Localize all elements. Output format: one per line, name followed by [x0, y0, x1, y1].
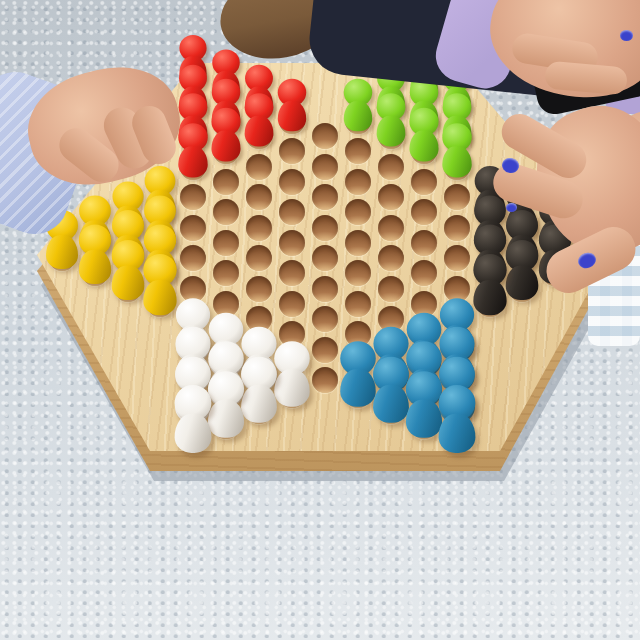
board-hole[interactable]	[345, 260, 371, 286]
board-hole[interactable]	[345, 352, 371, 378]
board-hole[interactable]	[213, 77, 239, 103]
board-hole[interactable]	[444, 306, 470, 332]
blue-fingernail-upper-right	[620, 30, 633, 41]
board-hole[interactable]	[444, 398, 470, 424]
board-hole[interactable]	[246, 367, 272, 393]
board-hole[interactable]	[378, 276, 404, 302]
board-hole[interactable]	[345, 230, 371, 256]
board-hole[interactable]	[444, 123, 470, 149]
board-hole[interactable]	[312, 306, 338, 332]
board-hole[interactable]	[411, 199, 437, 225]
board-hole[interactable]	[444, 93, 470, 119]
board-hole[interactable]	[147, 199, 173, 225]
board-hole[interactable]	[279, 169, 305, 195]
board-hole[interactable]	[180, 398, 206, 424]
board-hole[interactable]	[312, 123, 338, 149]
board-hole[interactable]	[279, 108, 305, 134]
board-hole[interactable]	[477, 291, 503, 317]
board-hole[interactable]	[246, 184, 272, 210]
board-hole[interactable]	[378, 215, 404, 241]
board-hole[interactable]	[509, 215, 535, 241]
board-hole[interactable]	[345, 321, 371, 347]
board-hole[interactable]	[411, 413, 437, 439]
board-hole[interactable]	[213, 382, 239, 408]
board-hole[interactable]	[444, 245, 470, 271]
board-hole[interactable]	[279, 321, 305, 347]
board-hole[interactable]	[411, 230, 437, 256]
board-hole[interactable]	[180, 428, 206, 454]
board-hole[interactable]	[180, 154, 206, 180]
board-hole[interactable]	[180, 367, 206, 393]
board-hole[interactable]	[279, 260, 305, 286]
board-hole[interactable]	[279, 291, 305, 317]
board-hole[interactable]	[213, 108, 239, 134]
board-hole[interactable]	[147, 291, 173, 317]
board-hole[interactable]	[180, 93, 206, 119]
board-hole[interactable]	[147, 230, 173, 256]
board-hole[interactable]	[246, 215, 272, 241]
board-hole[interactable]	[312, 276, 338, 302]
board-hole[interactable]	[246, 93, 272, 119]
board-hole[interactable]	[180, 276, 206, 302]
board-hole[interactable]	[345, 108, 371, 134]
board-hole[interactable]	[246, 276, 272, 302]
board-hole[interactable]	[213, 230, 239, 256]
board-hole[interactable]	[378, 398, 404, 424]
board-hole[interactable]	[49, 245, 75, 271]
board-hole[interactable]	[444, 184, 470, 210]
board-hole[interactable]	[509, 276, 535, 302]
board-hole[interactable]	[213, 413, 239, 439]
board-hole[interactable]	[411, 169, 437, 195]
board-hole[interactable]	[180, 337, 206, 363]
board-hole[interactable]	[180, 306, 206, 332]
board-hole[interactable]	[82, 260, 108, 286]
board-hole[interactable]	[115, 245, 141, 271]
board-hole[interactable]	[312, 367, 338, 393]
board-hole[interactable]	[213, 352, 239, 378]
board-hole[interactable]	[279, 138, 305, 164]
board-hole[interactable]	[411, 382, 437, 408]
board-hole[interactable]	[444, 337, 470, 363]
board-hole[interactable]	[411, 108, 437, 134]
board-hole[interactable]	[378, 154, 404, 180]
board-hole[interactable]	[213, 291, 239, 317]
board-hole[interactable]	[345, 169, 371, 195]
board-hole[interactable]	[411, 321, 437, 347]
board-hole[interactable]	[378, 184, 404, 210]
board-hole[interactable]	[213, 199, 239, 225]
board-hole[interactable]	[444, 215, 470, 241]
board-hole[interactable]	[213, 260, 239, 286]
blue-fingernail-right-middle	[506, 203, 517, 212]
board-hole[interactable]	[378, 367, 404, 393]
board-hole[interactable]	[477, 230, 503, 256]
board-hole[interactable]	[411, 352, 437, 378]
board-hole[interactable]	[246, 337, 272, 363]
board-hole[interactable]	[444, 428, 470, 454]
board-hole[interactable]	[411, 291, 437, 317]
board-hole[interactable]	[279, 230, 305, 256]
board-hole[interactable]	[378, 337, 404, 363]
board-hole[interactable]	[147, 260, 173, 286]
board-hole[interactable]	[378, 93, 404, 119]
board-hole[interactable]	[312, 154, 338, 180]
board-hole[interactable]	[246, 154, 272, 180]
board-hole[interactable]	[477, 260, 503, 286]
board-hole[interactable]	[246, 306, 272, 332]
board-hole[interactable]	[378, 123, 404, 149]
board-hole[interactable]	[345, 382, 371, 408]
board-hole[interactable]	[246, 398, 272, 424]
board-hole[interactable]	[246, 245, 272, 271]
scene	[0, 0, 640, 640]
board-hole[interactable]	[345, 199, 371, 225]
board-hole[interactable]	[213, 321, 239, 347]
board-hole[interactable]	[115, 215, 141, 241]
board-hole[interactable]	[246, 123, 272, 149]
board-hole[interactable]	[82, 230, 108, 256]
board-hole[interactable]	[213, 169, 239, 195]
board-hole[interactable]	[378, 245, 404, 271]
board-hole[interactable]	[444, 154, 470, 180]
board-hole[interactable]	[312, 184, 338, 210]
board-hole[interactable]	[444, 276, 470, 302]
board-hole[interactable]	[477, 199, 503, 225]
board-hole[interactable]	[509, 245, 535, 271]
board-hole[interactable]	[115, 276, 141, 302]
board-hole[interactable]	[411, 260, 437, 286]
board-hole[interactable]	[312, 245, 338, 271]
board-hole[interactable]	[279, 352, 305, 378]
board-hole[interactable]	[180, 184, 206, 210]
board-hole[interactable]	[345, 138, 371, 164]
board-hole[interactable]	[444, 367, 470, 393]
board-hole[interactable]	[345, 291, 371, 317]
board-hole[interactable]	[411, 138, 437, 164]
board-hole[interactable]	[180, 245, 206, 271]
board-hole[interactable]	[279, 382, 305, 408]
board-hole[interactable]	[279, 199, 305, 225]
board-hole[interactable]	[180, 123, 206, 149]
board-hole[interactable]	[378, 306, 404, 332]
board-hole[interactable]	[312, 215, 338, 241]
board-hole[interactable]	[213, 138, 239, 164]
board-hole[interactable]	[312, 337, 338, 363]
board-hole[interactable]	[180, 215, 206, 241]
